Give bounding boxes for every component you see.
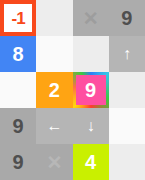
empty-cell [109, 144, 145, 180]
empty-cell [109, 72, 145, 108]
empty-cell [36, 0, 72, 36]
tile-9-selected[interactable]: 9 [73, 72, 109, 108]
arrow-left-cell[interactable]: ← [36, 108, 72, 144]
arrow-up-cell[interactable]: ↑ [109, 36, 145, 72]
tile-minus1[interactable]: -1 [0, 0, 36, 36]
tile-2[interactable]: 2 [36, 72, 72, 108]
empty-cell [36, 36, 72, 72]
static-tile-9: 9 [0, 108, 36, 144]
empty-cell [73, 36, 109, 72]
multiplier-x: ✕ [36, 144, 72, 180]
puzzle-board: -1✕98↑299←↓9✕4 [0, 0, 145, 180]
tile-4[interactable]: 4 [73, 144, 109, 180]
empty-cell [0, 72, 36, 108]
multiplier-x: ✕ [73, 0, 109, 36]
static-tile-9: 9 [109, 0, 145, 36]
tile-8[interactable]: 8 [0, 36, 36, 72]
empty-cell [109, 108, 145, 144]
selected-tile-face: 9 [76, 75, 106, 105]
static-tile-9: 9 [0, 144, 36, 180]
arrow-down-cell[interactable]: ↓ [73, 108, 109, 144]
